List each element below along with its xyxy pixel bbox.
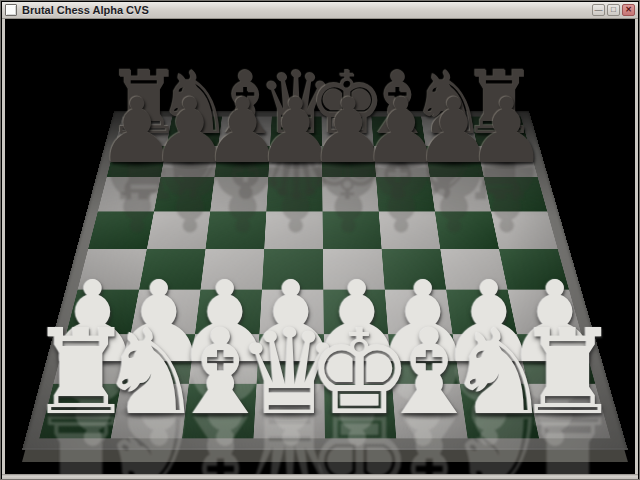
- window-border-right: [635, 19, 638, 479]
- maximize-button[interactable]: □: [607, 4, 620, 16]
- window-title: Brutal Chess Alpha CVS: [22, 4, 592, 16]
- window-titlebar[interactable]: Brutal Chess Alpha CVS — □ ✕: [2, 2, 638, 19]
- close-button[interactable]: ✕: [622, 4, 635, 16]
- window-border-bottom: [2, 474, 638, 479]
- window-controls: — □ ✕: [592, 4, 635, 16]
- game-viewport: ♜♜♞♞♝♝♛♛♚♚♝♝♞♞♜♜♟♟♟♟♟♟♟♟♟♟♟♟♟♟♟♟♟♟♟♟♟♟♟♟…: [5, 19, 635, 474]
- piece-black-pawn[interactable]: ♟: [467, 88, 547, 178]
- piece-white-rook[interactable]: ♜: [515, 313, 621, 431]
- pieces-layer: ♜♜♞♞♝♝♛♛♚♚♝♝♞♞♜♜♟♟♟♟♟♟♟♟♟♟♟♟♟♟♟♟♟♟♟♟♟♟♟♟…: [5, 19, 635, 474]
- application-window: Brutal Chess Alpha CVS — □ ✕ ♜♜♞♞♝♝♛♛♚♚♝…: [0, 0, 640, 480]
- application-icon: [5, 4, 17, 16]
- minimize-button[interactable]: —: [592, 4, 605, 16]
